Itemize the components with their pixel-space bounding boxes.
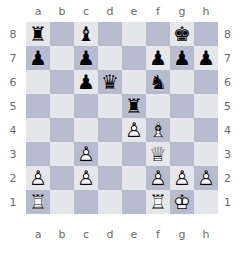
piece-black-pawn[interactable]: ♟ bbox=[194, 46, 218, 70]
square-g7[interactable]: ♟ bbox=[170, 46, 194, 70]
piece-black-knight[interactable]: ♞ bbox=[146, 70, 170, 94]
square-d1[interactable] bbox=[98, 190, 122, 214]
square-b2[interactable] bbox=[50, 166, 74, 190]
square-d4[interactable] bbox=[98, 118, 122, 142]
square-d6[interactable]: ♛ bbox=[98, 70, 122, 94]
square-f2[interactable]: ♟♙ bbox=[146, 166, 170, 190]
rank-label-3-left: 3 bbox=[0, 142, 26, 166]
file-label-h-bottom: h bbox=[194, 214, 218, 254]
square-b6[interactable] bbox=[50, 70, 74, 94]
square-c1[interactable] bbox=[74, 190, 98, 214]
square-a7[interactable]: ♟ bbox=[26, 46, 50, 70]
rank-label-7-right: 7 bbox=[218, 46, 249, 70]
file-label-d-top: d bbox=[98, 0, 122, 22]
rank-label-2-right: 2 bbox=[218, 166, 249, 190]
file-label-f-bottom: f bbox=[146, 214, 170, 254]
square-h2[interactable]: ♟♙ bbox=[194, 166, 218, 190]
square-e5[interactable]: ♜ bbox=[122, 94, 146, 118]
square-d7[interactable] bbox=[98, 46, 122, 70]
file-label-f-top: f bbox=[146, 0, 170, 22]
file-label-g-bottom: g bbox=[170, 214, 194, 254]
square-c8[interactable]: ♝ bbox=[74, 22, 98, 46]
square-d2[interactable] bbox=[98, 166, 122, 190]
square-g3[interactable] bbox=[170, 142, 194, 166]
square-a2[interactable]: ♟♙ bbox=[26, 166, 50, 190]
file-label-c-top: c bbox=[74, 0, 98, 22]
square-h5[interactable] bbox=[194, 94, 218, 118]
corner-top-right bbox=[218, 0, 249, 22]
square-c4[interactable] bbox=[74, 118, 98, 142]
white-rook-outline-glyph: ♖ bbox=[26, 190, 50, 214]
square-h6[interactable] bbox=[194, 70, 218, 94]
white-pawn-outline-glyph: ♙ bbox=[74, 166, 98, 190]
square-g1[interactable]: ♚♔ bbox=[170, 190, 194, 214]
corner-top-left bbox=[0, 0, 26, 22]
file-label-a-top: a bbox=[26, 0, 50, 22]
square-h4[interactable] bbox=[194, 118, 218, 142]
square-f8[interactable] bbox=[146, 22, 170, 46]
square-d8[interactable] bbox=[98, 22, 122, 46]
square-b1[interactable] bbox=[50, 190, 74, 214]
square-h8[interactable] bbox=[194, 22, 218, 46]
file-label-b-bottom: b bbox=[50, 214, 74, 254]
white-pawn-outline-glyph: ♙ bbox=[194, 166, 218, 190]
piece-black-rook[interactable]: ♜ bbox=[122, 94, 146, 118]
white-queen-outline-glyph: ♕ bbox=[146, 142, 170, 166]
square-d5[interactable] bbox=[98, 94, 122, 118]
piece-white-rook[interactable]: ♜♖ bbox=[26, 190, 50, 214]
rank-label-6-left: 6 bbox=[0, 70, 26, 94]
square-e2[interactable] bbox=[122, 166, 146, 190]
rank-label-6-right: 6 bbox=[218, 70, 249, 94]
square-f5[interactable] bbox=[146, 94, 170, 118]
square-a6[interactable] bbox=[26, 70, 50, 94]
white-pawn-outline-glyph: ♙ bbox=[26, 166, 50, 190]
file-label-e-top: e bbox=[122, 0, 146, 22]
square-f6[interactable]: ♞ bbox=[146, 70, 170, 94]
square-c5[interactable] bbox=[74, 94, 98, 118]
square-h7[interactable]: ♟ bbox=[194, 46, 218, 70]
rank-label-8-left: 8 bbox=[0, 22, 26, 46]
file-label-b-top: b bbox=[50, 0, 74, 22]
piece-white-pawn[interactable]: ♟♙ bbox=[74, 142, 98, 166]
piece-black-pawn[interactable]: ♟ bbox=[170, 46, 194, 70]
white-pawn-outline-glyph: ♙ bbox=[170, 166, 194, 190]
square-a5[interactable] bbox=[26, 94, 50, 118]
square-f4[interactable]: ♝♗ bbox=[146, 118, 170, 142]
square-g2[interactable]: ♟♙ bbox=[170, 166, 194, 190]
piece-white-pawn[interactable]: ♟♙ bbox=[146, 166, 170, 190]
rank-label-3-right: 3 bbox=[218, 142, 249, 166]
square-a3[interactable] bbox=[26, 142, 50, 166]
corner-bottom-left bbox=[0, 214, 26, 254]
square-e8[interactable] bbox=[122, 22, 146, 46]
white-pawn-outline-glyph: ♙ bbox=[146, 166, 170, 190]
square-g6[interactable] bbox=[170, 70, 194, 94]
square-e6[interactable] bbox=[122, 70, 146, 94]
file-label-h-top: h bbox=[194, 0, 218, 22]
piece-white-queen[interactable]: ♛♕ bbox=[146, 142, 170, 166]
square-f1[interactable]: ♜♖ bbox=[146, 190, 170, 214]
square-e4[interactable]: ♟♙ bbox=[122, 118, 146, 142]
rank-label-1-right: 1 bbox=[218, 190, 249, 214]
rank-label-4-right: 4 bbox=[218, 118, 249, 142]
rank-label-4-left: 4 bbox=[0, 118, 26, 142]
piece-black-king[interactable]: ♚ bbox=[170, 22, 194, 46]
square-g4[interactable] bbox=[170, 118, 194, 142]
rank-label-8-right: 8 bbox=[218, 22, 249, 46]
piece-white-pawn[interactable]: ♟♙ bbox=[74, 166, 98, 190]
square-h1[interactable] bbox=[194, 190, 218, 214]
square-c7[interactable]: ♟ bbox=[74, 46, 98, 70]
corner-bottom-right bbox=[218, 214, 249, 254]
square-b7[interactable] bbox=[50, 46, 74, 70]
square-e1[interactable] bbox=[122, 190, 146, 214]
square-f3[interactable]: ♛♕ bbox=[146, 142, 170, 166]
square-b8[interactable] bbox=[50, 22, 74, 46]
rank-label-1-left: 1 bbox=[0, 190, 26, 214]
square-b5[interactable] bbox=[50, 94, 74, 118]
white-pawn-outline-glyph: ♙ bbox=[74, 142, 98, 166]
piece-white-pawn[interactable]: ♟♙ bbox=[194, 166, 218, 190]
rank-label-5-left: 5 bbox=[0, 94, 26, 118]
piece-black-pawn[interactable]: ♟ bbox=[74, 70, 98, 94]
file-label-d-bottom: d bbox=[98, 214, 122, 254]
piece-black-bishop[interactable]: ♝ bbox=[74, 22, 98, 46]
square-c6[interactable]: ♟ bbox=[74, 70, 98, 94]
piece-black-pawn[interactable]: ♟ bbox=[26, 46, 50, 70]
white-rook-outline-glyph: ♖ bbox=[146, 190, 170, 214]
white-bishop-outline-glyph: ♗ bbox=[146, 118, 170, 142]
piece-white-bishop[interactable]: ♝♗ bbox=[146, 118, 170, 142]
square-f7[interactable]: ♟ bbox=[146, 46, 170, 70]
chess-board: abcdefgh8♜♝♚87♟♟♟♟♟76♟♛♞65♜54♟♙♝♗43♟♙♛♕3… bbox=[0, 0, 249, 254]
piece-black-pawn[interactable]: ♟ bbox=[74, 46, 98, 70]
square-a1[interactable]: ♜♖ bbox=[26, 190, 50, 214]
square-h3[interactable] bbox=[194, 142, 218, 166]
piece-white-pawn[interactable]: ♟♙ bbox=[122, 118, 146, 142]
square-g5[interactable] bbox=[170, 94, 194, 118]
square-b4[interactable] bbox=[50, 118, 74, 142]
square-g8[interactable]: ♚ bbox=[170, 22, 194, 46]
square-c2[interactable]: ♟♙ bbox=[74, 166, 98, 190]
white-pawn-outline-glyph: ♙ bbox=[122, 118, 146, 142]
rank-label-5-right: 5 bbox=[218, 94, 249, 118]
piece-white-pawn[interactable]: ♟♙ bbox=[26, 166, 50, 190]
square-e3[interactable] bbox=[122, 142, 146, 166]
file-label-c-bottom: c bbox=[74, 214, 98, 254]
piece-white-pawn[interactable]: ♟♙ bbox=[170, 166, 194, 190]
piece-white-king[interactable]: ♚♔ bbox=[170, 190, 194, 214]
file-label-g-top: g bbox=[170, 0, 194, 22]
square-c3[interactable]: ♟♙ bbox=[74, 142, 98, 166]
file-label-a-bottom: a bbox=[26, 214, 50, 254]
square-a4[interactable] bbox=[26, 118, 50, 142]
square-d3[interactable] bbox=[98, 142, 122, 166]
white-king-outline-glyph: ♔ bbox=[170, 190, 194, 214]
square-e7[interactable] bbox=[122, 46, 146, 70]
rank-label-2-left: 2 bbox=[0, 166, 26, 190]
square-b3[interactable] bbox=[50, 142, 74, 166]
piece-black-queen[interactable]: ♛ bbox=[98, 70, 122, 94]
piece-black-rook[interactable]: ♜ bbox=[26, 22, 50, 46]
piece-black-pawn[interactable]: ♟ bbox=[146, 46, 170, 70]
rank-label-7-left: 7 bbox=[0, 46, 26, 70]
square-a8[interactable]: ♜ bbox=[26, 22, 50, 46]
file-label-e-bottom: e bbox=[122, 214, 146, 254]
piece-white-rook[interactable]: ♜♖ bbox=[146, 190, 170, 214]
